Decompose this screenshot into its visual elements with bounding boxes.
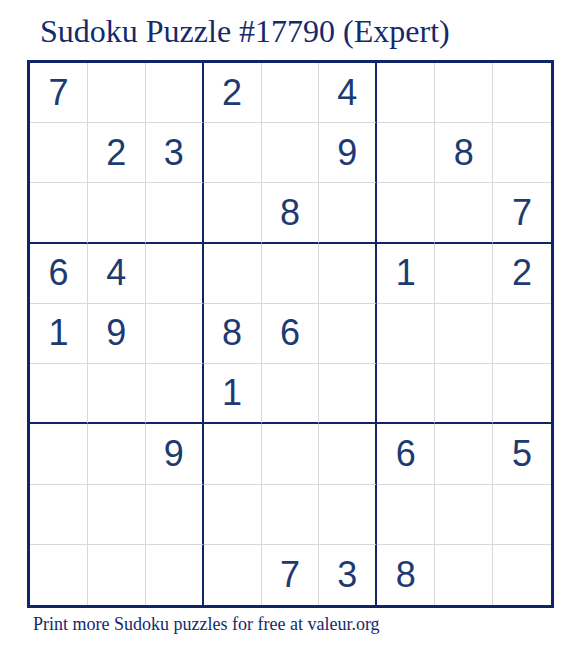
cell-r1c1: 7 <box>30 63 88 123</box>
cell-r5c7 <box>377 304 435 364</box>
cell-r4c8 <box>435 244 493 304</box>
cell-r6c2 <box>88 364 146 424</box>
footer-credit: Print more Sudoku puzzles for free at va… <box>33 614 380 635</box>
cell-r4c5 <box>262 244 320 304</box>
cell-r2c9 <box>493 123 551 183</box>
cell-r6c9 <box>493 364 551 424</box>
cell-r5c5: 6 <box>262 304 320 364</box>
cell-r4c6 <box>319 244 377 304</box>
cell-r4c2: 4 <box>88 244 146 304</box>
cell-r8c1 <box>30 485 88 545</box>
cell-r3c8 <box>435 183 493 243</box>
cell-r5c3 <box>146 304 204 364</box>
cell-r7c7: 6 <box>377 424 435 484</box>
cell-r9c4 <box>204 545 262 605</box>
cell-r2c1 <box>30 123 88 183</box>
cell-r8c9 <box>493 485 551 545</box>
cell-r4c4 <box>204 244 262 304</box>
cell-r6c6 <box>319 364 377 424</box>
cell-r5c2: 9 <box>88 304 146 364</box>
cell-r7c2 <box>88 424 146 484</box>
cell-r4c9: 2 <box>493 244 551 304</box>
cell-r1c6: 4 <box>319 63 377 123</box>
cell-r7c8 <box>435 424 493 484</box>
cell-r8c5 <box>262 485 320 545</box>
cell-r6c4: 1 <box>204 364 262 424</box>
sudoku-board: 724239887641219861965738 <box>27 60 554 608</box>
cell-r4c3 <box>146 244 204 304</box>
cell-r7c5 <box>262 424 320 484</box>
cell-r8c8 <box>435 485 493 545</box>
cell-r1c8 <box>435 63 493 123</box>
cell-r2c3: 3 <box>146 123 204 183</box>
cell-r1c5 <box>262 63 320 123</box>
cell-r1c7 <box>377 63 435 123</box>
cell-r9c1 <box>30 545 88 605</box>
cell-r9c7: 8 <box>377 545 435 605</box>
cell-r6c7 <box>377 364 435 424</box>
cell-r2c4 <box>204 123 262 183</box>
cell-r9c9 <box>493 545 551 605</box>
cell-r5c9 <box>493 304 551 364</box>
cell-r7c1 <box>30 424 88 484</box>
cell-r5c6 <box>319 304 377 364</box>
cell-r8c3 <box>146 485 204 545</box>
cell-r2c8: 8 <box>435 123 493 183</box>
cell-r4c1: 6 <box>30 244 88 304</box>
cell-r3c7 <box>377 183 435 243</box>
cell-r4c7: 1 <box>377 244 435 304</box>
cell-r3c3 <box>146 183 204 243</box>
sudoku-print-page: Sudoku Puzzle #17790 (Expert) 7242398876… <box>0 0 580 651</box>
cell-r3c4 <box>204 183 262 243</box>
cell-r5c1: 1 <box>30 304 88 364</box>
cell-r3c2 <box>88 183 146 243</box>
cell-r1c3 <box>146 63 204 123</box>
cell-r8c4 <box>204 485 262 545</box>
cell-r3c9: 7 <box>493 183 551 243</box>
cell-r6c3 <box>146 364 204 424</box>
cell-r1c4: 2 <box>204 63 262 123</box>
cell-r8c6 <box>319 485 377 545</box>
cell-r2c5 <box>262 123 320 183</box>
cell-r9c5: 7 <box>262 545 320 605</box>
page-title: Sudoku Puzzle #17790 (Expert) <box>40 13 450 50</box>
cell-r2c2: 2 <box>88 123 146 183</box>
cell-r9c8 <box>435 545 493 605</box>
cell-r6c8 <box>435 364 493 424</box>
cell-r7c9: 5 <box>493 424 551 484</box>
cell-r7c4 <box>204 424 262 484</box>
cell-r5c4: 8 <box>204 304 262 364</box>
cell-r1c9 <box>493 63 551 123</box>
cell-r8c2 <box>88 485 146 545</box>
cell-r9c3 <box>146 545 204 605</box>
cell-r3c6 <box>319 183 377 243</box>
cell-r3c1 <box>30 183 88 243</box>
cell-r9c6: 3 <box>319 545 377 605</box>
cell-r7c3: 9 <box>146 424 204 484</box>
cell-r6c5 <box>262 364 320 424</box>
cell-r1c2 <box>88 63 146 123</box>
cell-r5c8 <box>435 304 493 364</box>
cell-r9c2 <box>88 545 146 605</box>
cell-r2c7 <box>377 123 435 183</box>
cell-r3c5: 8 <box>262 183 320 243</box>
cell-r2c6: 9 <box>319 123 377 183</box>
cell-r7c6 <box>319 424 377 484</box>
cell-r6c1 <box>30 364 88 424</box>
cell-r8c7 <box>377 485 435 545</box>
